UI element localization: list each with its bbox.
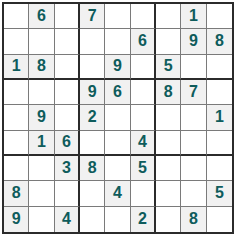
cell-r8c1[interactable]: 8 [4,181,29,206]
cell-r1c9[interactable] [207,4,232,29]
cell-r7c2[interactable] [29,156,54,181]
cell-r8c8[interactable] [181,181,206,206]
cell-r7c6[interactable]: 5 [131,156,156,181]
cell-r4c8[interactable]: 7 [181,80,206,105]
cell-r3c8[interactable] [181,55,206,80]
cell-r5c4[interactable]: 2 [80,105,105,130]
cell-r9c7[interactable] [156,207,181,232]
cell-r9c3[interactable]: 4 [55,207,80,232]
cell-r9c2[interactable] [29,207,54,232]
cell-r7c4[interactable]: 8 [80,156,105,181]
cell-r1c2[interactable]: 6 [29,4,54,29]
cell-r6c2[interactable]: 1 [29,131,54,156]
cell-r7c3[interactable]: 3 [55,156,80,181]
cell-r3c4[interactable] [80,55,105,80]
cell-r5c6[interactable] [131,105,156,130]
cell-r4c4[interactable]: 9 [80,80,105,105]
cell-r3c3[interactable] [55,55,80,80]
cell-r5c5[interactable] [105,105,130,130]
cell-r1c1[interactable] [4,4,29,29]
cell-r9c5[interactable] [105,207,130,232]
cell-r3c9[interactable] [207,55,232,80]
cell-r4c9[interactable] [207,80,232,105]
cell-r5c8[interactable] [181,105,206,130]
cell-r4c2[interactable] [29,80,54,105]
cell-r2c4[interactable] [80,29,105,54]
cell-r4c5[interactable]: 6 [105,80,130,105]
cell-r2c7[interactable] [156,29,181,54]
cell-r1c8[interactable]: 1 [181,4,206,29]
cell-r8c9[interactable]: 5 [207,181,232,206]
cell-r9c9[interactable] [207,207,232,232]
cell-r2c5[interactable] [105,29,130,54]
cell-r4c3[interactable] [55,80,80,105]
cell-r9c1[interactable]: 9 [4,207,29,232]
cell-r9c4[interactable] [80,207,105,232]
cell-r7c1[interactable] [4,156,29,181]
cell-r9c6[interactable]: 2 [131,207,156,232]
cell-r3c6[interactable] [131,55,156,80]
cell-r3c2[interactable]: 8 [29,55,54,80]
cell-r6c9[interactable] [207,131,232,156]
cell-r1c6[interactable] [131,4,156,29]
cell-r3c1[interactable]: 1 [4,55,29,80]
cell-r7c7[interactable] [156,156,181,181]
cell-r7c5[interactable] [105,156,130,181]
cell-r8c7[interactable] [156,181,181,206]
cell-r5c1[interactable] [4,105,29,130]
cell-r2c3[interactable] [55,29,80,54]
cell-r7c8[interactable] [181,156,206,181]
cell-r6c1[interactable] [4,131,29,156]
cell-r8c5[interactable]: 4 [105,181,130,206]
cell-r1c4[interactable]: 7 [80,4,105,29]
cell-r2c9[interactable]: 8 [207,29,232,54]
cell-r5c9[interactable]: 1 [207,105,232,130]
cell-r6c5[interactable] [105,131,130,156]
cell-r8c4[interactable] [80,181,105,206]
cell-r6c8[interactable] [181,131,206,156]
cell-r8c6[interactable] [131,181,156,206]
cell-r5c3[interactable] [55,105,80,130]
cell-r5c2[interactable]: 9 [29,105,54,130]
cell-r4c1[interactable] [4,80,29,105]
cell-r9c8[interactable]: 8 [181,207,206,232]
cell-r2c2[interactable] [29,29,54,54]
cell-r8c2[interactable] [29,181,54,206]
cell-r6c6[interactable]: 4 [131,131,156,156]
cell-r1c5[interactable] [105,4,130,29]
cell-r6c4[interactable] [80,131,105,156]
cell-r3c5[interactable]: 9 [105,55,130,80]
cell-r1c7[interactable] [156,4,181,29]
cell-r2c8[interactable]: 9 [181,29,206,54]
cell-r4c7[interactable]: 8 [156,80,181,105]
cell-r5c7[interactable] [156,105,181,130]
cell-r6c7[interactable] [156,131,181,156]
cell-r4c6[interactable] [131,80,156,105]
cell-r8c3[interactable] [55,181,80,206]
cell-r7c9[interactable] [207,156,232,181]
cell-r2c6[interactable]: 6 [131,29,156,54]
cell-r1c3[interactable] [55,4,80,29]
cell-r2c1[interactable] [4,29,29,54]
sudoku-board: 671698189596879211643858459428 [2,2,234,234]
cell-r6c3[interactable]: 6 [55,131,80,156]
cell-r3c7[interactable]: 5 [156,55,181,80]
